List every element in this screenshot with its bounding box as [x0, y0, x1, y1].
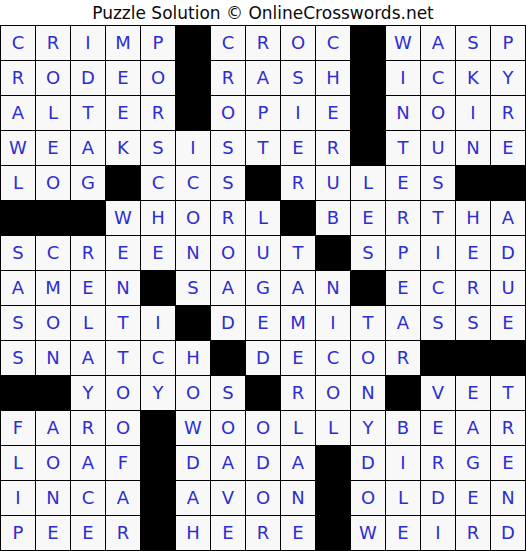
letter-cell-r3c1: A	[1, 96, 35, 130]
letter-cell-r12c6: W	[176, 411, 210, 445]
letter-cell-r4c13: U	[421, 131, 455, 165]
letter-cell-r5c13: S	[421, 166, 455, 200]
block-cell-r13c10	[316, 446, 350, 480]
letter-cell-r7c2: C	[36, 236, 70, 270]
letter-cell-r14c15: N	[491, 481, 525, 515]
block-cell-r11c2	[36, 376, 70, 410]
letter-cell-r6c12: R	[386, 201, 420, 235]
letter-cell-r14c4: A	[106, 481, 140, 515]
letter-cell-r15c6: H	[176, 516, 210, 550]
letter-cell-r3c4: E	[106, 96, 140, 130]
letter-cell-r3c10: E	[316, 96, 350, 130]
block-cell-r6c1	[1, 201, 35, 235]
block-cell-r2c11	[351, 61, 385, 95]
letter-cell-r15c7: E	[211, 516, 245, 550]
letter-cell-r4c15: E	[491, 131, 525, 165]
letter-cell-r11c10: O	[316, 376, 350, 410]
block-cell-r9c6	[176, 306, 210, 340]
letter-cell-r2c15: Y	[491, 61, 525, 95]
letter-cell-r10c10: C	[316, 341, 350, 375]
letter-cell-r1c1: C	[1, 26, 35, 60]
letter-cell-r11c5: Y	[141, 376, 175, 410]
letter-cell-r7c13: I	[421, 236, 455, 270]
letter-cell-r7c8: U	[246, 236, 280, 270]
letter-cell-r10c9: E	[281, 341, 315, 375]
letter-cell-r11c13: V	[421, 376, 455, 410]
letter-cell-r4c3: A	[71, 131, 105, 165]
letter-cell-r7c5: E	[141, 236, 175, 270]
letter-cell-r11c15: T	[491, 376, 525, 410]
letter-cell-r5c6: C	[176, 166, 210, 200]
letter-cell-r12c14: A	[456, 411, 490, 445]
letter-cell-r2c3: D	[71, 61, 105, 95]
letter-cell-r11c11: N	[351, 376, 385, 410]
letter-cell-r14c8: O	[246, 481, 280, 515]
letter-cell-r4c12: T	[386, 131, 420, 165]
letter-cell-r4c8: T	[246, 131, 280, 165]
letter-cell-r7c3: R	[71, 236, 105, 270]
letter-cell-r1c13: A	[421, 26, 455, 60]
letter-cell-r1c4: M	[106, 26, 140, 60]
letter-cell-r13c11: D	[351, 446, 385, 480]
letter-cell-r8c15: U	[491, 271, 525, 305]
letter-cell-r7c7: O	[211, 236, 245, 270]
letter-cell-r14c1: I	[1, 481, 35, 515]
letter-cell-r3c7: O	[211, 96, 245, 130]
letter-cell-r1c15: P	[491, 26, 525, 60]
block-cell-r7c10	[316, 236, 350, 270]
block-cell-r10c14	[456, 341, 490, 375]
block-cell-r14c10	[316, 481, 350, 515]
letter-cell-r8c9: A	[281, 271, 315, 305]
block-cell-r8c5	[141, 271, 175, 305]
letter-cell-r4c4: K	[106, 131, 140, 165]
letter-cell-r9c7: D	[211, 306, 245, 340]
letter-cell-r13c12: I	[386, 446, 420, 480]
letter-cell-r3c5: R	[141, 96, 175, 130]
letter-cell-r8c2: M	[36, 271, 70, 305]
letter-cell-r13c8: D	[246, 446, 280, 480]
letter-cell-r9c1: S	[1, 306, 35, 340]
letter-cell-r13c4: F	[106, 446, 140, 480]
letter-cell-r12c13: E	[421, 411, 455, 445]
letter-cell-r5c9: R	[281, 166, 315, 200]
letter-cell-r13c15: E	[491, 446, 525, 480]
letter-cell-r11c6: O	[176, 376, 210, 410]
block-cell-r3c6	[176, 96, 210, 130]
block-cell-r10c15	[491, 341, 525, 375]
letter-cell-r15c15: D	[491, 516, 525, 550]
letter-cell-r3c8: P	[246, 96, 280, 130]
letter-cell-r5c7: S	[211, 166, 245, 200]
letter-cell-r1c9: O	[281, 26, 315, 60]
letter-cell-r4c2: E	[36, 131, 70, 165]
letter-cell-r15c11: W	[351, 516, 385, 550]
block-cell-r3c11	[351, 96, 385, 130]
letter-cell-r12c4: O	[106, 411, 140, 445]
letter-cell-r11c9: R	[281, 376, 315, 410]
letter-cell-r8c12: E	[386, 271, 420, 305]
letter-cell-r15c9: E	[281, 516, 315, 550]
letter-cell-r3c13: O	[421, 96, 455, 130]
letter-cell-r5c5: C	[141, 166, 175, 200]
page: Puzzle Solution © OnlineCrosswords.net C…	[0, 0, 526, 551]
letter-cell-r13c3: A	[71, 446, 105, 480]
letter-cell-r2c9: S	[281, 61, 315, 95]
letter-cell-r5c12: E	[386, 166, 420, 200]
letter-cell-r9c14: S	[456, 306, 490, 340]
letter-cell-r12c9: L	[281, 411, 315, 445]
letter-cell-r13c6: D	[176, 446, 210, 480]
letter-cell-r2c7: R	[211, 61, 245, 95]
letter-cell-r14c12: L	[386, 481, 420, 515]
block-cell-r15c10	[316, 516, 350, 550]
block-cell-r5c8	[246, 166, 280, 200]
letter-cell-r6c7: R	[211, 201, 245, 235]
letter-cell-r5c10: U	[316, 166, 350, 200]
block-cell-r4c11	[351, 131, 385, 165]
letter-cell-r8c8: G	[246, 271, 280, 305]
letter-cell-r1c12: W	[386, 26, 420, 60]
letter-cell-r8c10: N	[316, 271, 350, 305]
letter-cell-r11c3: Y	[71, 376, 105, 410]
letter-cell-r13c13: R	[421, 446, 455, 480]
letter-cell-r2c2: O	[36, 61, 70, 95]
letter-cell-r9c11: T	[351, 306, 385, 340]
letter-cell-r6c5: H	[141, 201, 175, 235]
letter-cell-r10c3: A	[71, 341, 105, 375]
letter-cell-r8c14: R	[456, 271, 490, 305]
letter-cell-r9c12: A	[386, 306, 420, 340]
letter-cell-r5c2: O	[36, 166, 70, 200]
letter-cell-r7c1: S	[1, 236, 35, 270]
letter-cell-r3c3: T	[71, 96, 105, 130]
letter-cell-r15c12: E	[386, 516, 420, 550]
letter-cell-r13c1: L	[1, 446, 35, 480]
letter-cell-r10c12: R	[386, 341, 420, 375]
letter-cell-r6c15: A	[491, 201, 525, 235]
letter-cell-r7c12: P	[386, 236, 420, 270]
letter-cell-r3c14: I	[456, 96, 490, 130]
letter-cell-r7c9: T	[281, 236, 315, 270]
letter-cell-r14c3: C	[71, 481, 105, 515]
letter-cell-r8c4: N	[106, 271, 140, 305]
letter-cell-r12c1: F	[1, 411, 35, 445]
letter-cell-r12c8: O	[246, 411, 280, 445]
letter-cell-r5c11: L	[351, 166, 385, 200]
block-cell-r5c15	[491, 166, 525, 200]
letter-cell-r9c9: M	[281, 306, 315, 340]
letter-cell-r15c1: P	[1, 516, 35, 550]
letter-cell-r3c12: N	[386, 96, 420, 130]
letter-cell-r15c4: R	[106, 516, 140, 550]
block-cell-r11c1	[1, 376, 35, 410]
letter-cell-r8c7: A	[211, 271, 245, 305]
letter-cell-r9c5: I	[141, 306, 175, 340]
letter-cell-r8c6: S	[176, 271, 210, 305]
block-cell-r1c11	[351, 26, 385, 60]
letter-cell-r13c9: A	[281, 446, 315, 480]
letter-cell-r15c8: R	[246, 516, 280, 550]
letter-cell-r4c7: S	[211, 131, 245, 165]
letter-cell-r2c13: C	[421, 61, 455, 95]
letter-cell-r6c14: H	[456, 201, 490, 235]
letter-cell-r12c2: A	[36, 411, 70, 445]
letter-cell-r4c14: N	[456, 131, 490, 165]
letter-cell-r12c15: R	[491, 411, 525, 445]
letter-cell-r10c8: D	[246, 341, 280, 375]
letter-cell-r10c1: S	[1, 341, 35, 375]
letter-cell-r1c2: R	[36, 26, 70, 60]
block-cell-r12c5	[141, 411, 175, 445]
letter-cell-r12c7: O	[211, 411, 245, 445]
letter-cell-r1c5: P	[141, 26, 175, 60]
block-cell-r11c12	[386, 376, 420, 410]
page-title: Puzzle Solution © OnlineCrosswords.net	[0, 0, 526, 25]
letter-cell-r14c14: E	[456, 481, 490, 515]
letter-cell-r13c14: G	[456, 446, 490, 480]
letter-cell-r9c10: I	[316, 306, 350, 340]
letter-cell-r7c4: E	[106, 236, 140, 270]
letter-cell-r1c10: C	[316, 26, 350, 60]
letter-cell-r12c11: Y	[351, 411, 385, 445]
letter-cell-r12c12: B	[386, 411, 420, 445]
letter-cell-r11c7: S	[211, 376, 245, 410]
block-cell-r5c4	[106, 166, 140, 200]
letter-cell-r10c5: C	[141, 341, 175, 375]
letter-cell-r4c5: S	[141, 131, 175, 165]
letter-cell-r6c8: L	[246, 201, 280, 235]
letter-cell-r6c4: W	[106, 201, 140, 235]
letter-cell-r12c3: R	[71, 411, 105, 445]
letter-cell-r15c3: E	[71, 516, 105, 550]
block-cell-r8c11	[351, 271, 385, 305]
letter-cell-r4c6: I	[176, 131, 210, 165]
block-cell-r5c14	[456, 166, 490, 200]
letter-cell-r13c7: A	[211, 446, 245, 480]
letter-cell-r10c2: N	[36, 341, 70, 375]
letter-cell-r2c4: E	[106, 61, 140, 95]
letter-cell-r14c13: D	[421, 481, 455, 515]
letter-cell-r8c1: A	[1, 271, 35, 305]
letter-cell-r7c6: N	[176, 236, 210, 270]
letter-cell-r2c1: R	[1, 61, 35, 95]
block-cell-r10c13	[421, 341, 455, 375]
letter-cell-r10c11: O	[351, 341, 385, 375]
letter-cell-r2c14: K	[456, 61, 490, 95]
letter-cell-r8c3: E	[71, 271, 105, 305]
letter-cell-r4c9: E	[281, 131, 315, 165]
letter-cell-r14c2: N	[36, 481, 70, 515]
letter-cell-r10c6: H	[176, 341, 210, 375]
crossword-board: CRIMPCROCWASPRODEORASHICKYALTEROPIENOIRW…	[0, 25, 526, 551]
letter-cell-r9c3: L	[71, 306, 105, 340]
letter-cell-r3c2: L	[36, 96, 70, 130]
block-cell-r13c5	[141, 446, 175, 480]
letter-cell-r6c11: E	[351, 201, 385, 235]
letter-cell-r2c10: H	[316, 61, 350, 95]
letter-cell-r9c2: O	[36, 306, 70, 340]
letter-cell-r9c4: T	[106, 306, 140, 340]
block-cell-r10c7	[211, 341, 245, 375]
block-cell-r6c9	[281, 201, 315, 235]
letter-cell-r6c6: O	[176, 201, 210, 235]
letter-cell-r9c15: E	[491, 306, 525, 340]
letter-cell-r1c8: R	[246, 26, 280, 60]
block-cell-r15c5	[141, 516, 175, 550]
letter-cell-r15c14: R	[456, 516, 490, 550]
letter-cell-r15c13: I	[421, 516, 455, 550]
letter-cell-r1c14: S	[456, 26, 490, 60]
letter-cell-r10c4: T	[106, 341, 140, 375]
block-cell-r1c6	[176, 26, 210, 60]
letter-cell-r3c9: I	[281, 96, 315, 130]
letter-cell-r7c14: E	[456, 236, 490, 270]
letter-cell-r2c12: I	[386, 61, 420, 95]
letter-cell-r9c13: S	[421, 306, 455, 340]
block-cell-r2c6	[176, 61, 210, 95]
letter-cell-r14c7: V	[211, 481, 245, 515]
letter-cell-r3c15: R	[491, 96, 525, 130]
letter-cell-r5c3: G	[71, 166, 105, 200]
letter-cell-r11c14: E	[456, 376, 490, 410]
letter-cell-r8c13: C	[421, 271, 455, 305]
letter-cell-r5c1: L	[1, 166, 35, 200]
letter-cell-r7c11: S	[351, 236, 385, 270]
letter-cell-r14c11: O	[351, 481, 385, 515]
block-cell-r6c2	[36, 201, 70, 235]
letter-cell-r9c8: E	[246, 306, 280, 340]
letter-cell-r11c4: O	[106, 376, 140, 410]
letter-cell-r15c2: E	[36, 516, 70, 550]
letter-cell-r12c10: L	[316, 411, 350, 445]
letter-cell-r7c15: D	[491, 236, 525, 270]
letter-cell-r2c8: A	[246, 61, 280, 95]
letter-cell-r4c1: W	[1, 131, 35, 165]
letter-cell-r2c5: O	[141, 61, 175, 95]
block-cell-r6c3	[71, 201, 105, 235]
block-cell-r11c8	[246, 376, 280, 410]
letter-cell-r13c2: O	[36, 446, 70, 480]
letter-cell-r1c7: C	[211, 26, 245, 60]
letter-cell-r6c10: B	[316, 201, 350, 235]
letter-cell-r14c9: N	[281, 481, 315, 515]
block-cell-r14c5	[141, 481, 175, 515]
letter-cell-r4c10: R	[316, 131, 350, 165]
letter-cell-r14c6: A	[176, 481, 210, 515]
letter-cell-r1c3: I	[71, 26, 105, 60]
letter-cell-r6c13: T	[421, 201, 455, 235]
